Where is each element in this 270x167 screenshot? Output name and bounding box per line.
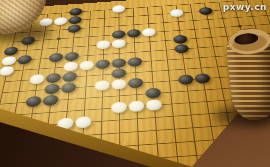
black-stone [17, 55, 33, 65]
black-stone [127, 29, 141, 38]
black-stone [46, 73, 62, 84]
black-stone [62, 72, 77, 82]
black-stone [68, 16, 82, 24]
black-stone [42, 95, 58, 106]
white-stone [142, 28, 156, 37]
black-stone [174, 44, 189, 54]
white-stone [29, 74, 45, 85]
white-stone [54, 17, 68, 25]
white-stone [79, 60, 94, 70]
white-stone [111, 102, 127, 114]
go-photo-scene: pxwy.cn [0, 0, 270, 167]
black-stone [178, 74, 194, 85]
black-stone [3, 46, 19, 55]
black-stone [69, 8, 82, 16]
black-stone [199, 7, 213, 15]
black-stone [112, 58, 126, 68]
white-stone [0, 66, 15, 76]
black-stone [128, 78, 143, 89]
black-stone [112, 30, 126, 39]
star-point [237, 25, 242, 28]
black-stone [48, 53, 63, 63]
black-stone [44, 84, 60, 95]
black-stone [112, 68, 127, 78]
white-stone [96, 40, 110, 49]
star-point [56, 37, 61, 40]
black-stone [194, 73, 210, 84]
white-stone [1, 56, 17, 66]
white-stone [111, 79, 126, 90]
black-stone [25, 96, 42, 107]
white-stone [146, 99, 162, 111]
black-stone [128, 57, 143, 67]
white-stone [95, 80, 110, 91]
black-stone [173, 35, 188, 44]
black-stone [61, 82, 77, 93]
black-stone [145, 88, 161, 99]
white-stone [63, 61, 78, 71]
white-stone [112, 39, 126, 48]
black-stone [64, 52, 79, 62]
watermark-text: pxwy.cn [223, 2, 267, 12]
white-stone [112, 5, 125, 13]
white-stone [129, 100, 145, 112]
white-stone [75, 116, 92, 128]
black-stone [67, 24, 81, 33]
white-stone [170, 9, 184, 17]
black-stone [95, 59, 109, 69]
